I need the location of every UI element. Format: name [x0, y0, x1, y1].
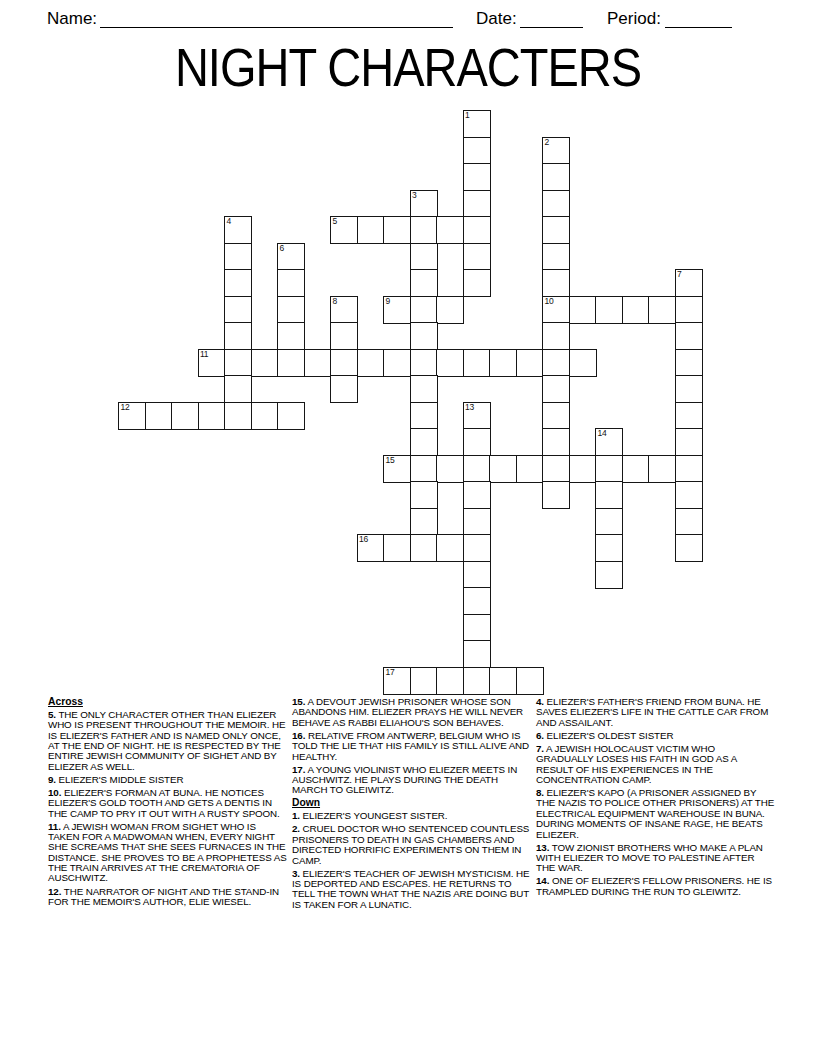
clue-number-label: 13. — [536, 842, 549, 853]
crossword-worksheet-page: Name: Date: Period: NIGHT CHARACTERS 123… — [0, 0, 816, 1056]
grid-cell-r7c18[interactable] — [595, 296, 623, 324]
grid-cell-r10c16[interactable] — [542, 375, 570, 403]
clue-text: TOW ZIONIST BROTHERS WHO MAKE A PLAN WIT… — [536, 842, 763, 874]
grid-cell-r11c0[interactable]: 12 — [118, 402, 146, 430]
grid-cell-r7c12[interactable] — [436, 296, 464, 324]
grid-cell-r9c21[interactable] — [675, 349, 703, 377]
clue-number-label: 8. — [536, 787, 544, 798]
grid-cell-r16c21[interactable] — [675, 534, 703, 562]
clue-down-4: 4. ELIEZER'S FATHER'S FRIEND FROM BUNA. … — [536, 697, 775, 728]
grid-cell-r4c11[interactable] — [410, 216, 438, 244]
clue-text: ELIEZER'S YOUNGEST SISTER. — [303, 810, 448, 821]
grid-cell-r13c19[interactable] — [622, 455, 650, 483]
grid-cell-r9c16[interactable] — [542, 349, 570, 377]
grid-cell-r17c18[interactable] — [595, 561, 623, 589]
grid-cell-r14c18[interactable] — [595, 481, 623, 509]
clue-across-17: 17. A YOUNG VIOLINIST WHO ELIEZER MEETS … — [292, 765, 531, 796]
clue-lists: Across 5. THE ONLY CHARACTER OTHER THAN … — [48, 697, 770, 913]
grid-cell-r15c13[interactable] — [463, 508, 491, 536]
grid-cell-r9c12[interactable] — [436, 349, 464, 377]
grid-cell-r4c13[interactable] — [463, 216, 491, 244]
grid-cell-r2c16[interactable] — [542, 163, 570, 191]
grid-cell-r9c7[interactable] — [304, 349, 332, 377]
grid-cell-r6c21[interactable]: 7 — [675, 269, 703, 297]
grid-cell-r6c13[interactable] — [463, 269, 491, 297]
grid-cell-r12c18[interactable]: 14 — [595, 428, 623, 456]
grid-cell-r9c14[interactable] — [489, 349, 517, 377]
clue-text: ELIEZER'S KAPO (A PRISONER ASSIGNED BY T… — [536, 787, 774, 839]
grid-cell-r11c3[interactable] — [198, 402, 226, 430]
grid-cell-r9c11[interactable] — [410, 349, 438, 377]
clue-down-13: 13. TOW ZIONIST BROTHERS WHO MAKE A PLAN… — [536, 843, 775, 874]
grid-cell-r16c11[interactable] — [410, 534, 438, 562]
clue-across-16: 16. RELATIVE FROM ANTWERP, BELGIUM WHO I… — [292, 731, 531, 762]
clue-number-label: 14. — [536, 875, 549, 886]
grid-cell-r11c11[interactable] — [410, 402, 438, 430]
grid-cell-r13c10[interactable]: 15 — [383, 455, 411, 483]
grid-cell-r7c21[interactable] — [675, 296, 703, 324]
grid-cell-r7c16[interactable]: 10 — [542, 296, 570, 324]
grid-cell-r5c6[interactable]: 6 — [277, 243, 305, 271]
grid-cell-r19c13[interactable] — [463, 614, 491, 642]
grid-cell-r4c8[interactable]: 5 — [330, 216, 358, 244]
clue-number: 8 — [333, 297, 337, 307]
grid-cell-r11c13[interactable]: 13 — [463, 402, 491, 430]
clue-down-6: 6. ELIEZER'S OLDEST SISTER — [536, 731, 775, 741]
clue-text: ELIEZER'S FORMAN AT BUNA. HE NOTICES ELI… — [48, 787, 280, 819]
grid-cell-r16c9[interactable]: 16 — [357, 534, 385, 562]
grid-cell-r13c14[interactable] — [489, 455, 517, 483]
grid-cell-r4c12[interactable] — [436, 216, 464, 244]
clue-number: 6 — [280, 244, 284, 254]
grid-cell-r12c11[interactable] — [410, 428, 438, 456]
grid-cell-r9c10[interactable] — [383, 349, 411, 377]
grid-cell-r6c11[interactable] — [410, 269, 438, 297]
clue-number: 11 — [200, 350, 208, 360]
down-header: Down — [292, 798, 531, 808]
grid-cell-r7c6[interactable] — [277, 296, 305, 324]
clue-number-label: 16. — [292, 730, 305, 741]
grid-cell-r20c13[interactable] — [463, 640, 491, 668]
clue-number-label: 11. — [48, 821, 61, 832]
clue-across-9: 9. ELIEZER'S MIDDLE SISTER — [48, 775, 287, 785]
clue-number: 1 — [465, 111, 469, 121]
grid-cell-r8c4[interactable] — [224, 322, 252, 350]
name-blank-line — [100, 11, 453, 28]
clue-number: 3 — [412, 191, 416, 201]
clue-number-label: 17. — [292, 764, 305, 775]
grid-cell-r9c13[interactable] — [463, 349, 491, 377]
clue-number: 9 — [386, 297, 390, 307]
clue-down-7: 7. A JEWISH HOLOCAUST VICTIM WHO GRADUAL… — [536, 744, 775, 785]
grid-cell-r13c11[interactable] — [410, 455, 438, 483]
grid-cell-r12c16[interactable] — [542, 428, 570, 456]
clue-across-11: 11. A JEWISH WOMAN FROM SIGHET WHO IS TA… — [48, 822, 287, 884]
grid-cell-r16c10[interactable] — [383, 534, 411, 562]
name-label: Name: — [47, 9, 97, 28]
grid-cell-r9c3[interactable]: 11 — [198, 349, 226, 377]
clue-column-3: 4. ELIEZER'S FATHER'S FRIEND FROM BUNA. … — [536, 697, 775, 913]
grid-cell-r9c9[interactable] — [357, 349, 385, 377]
grid-cell-r5c13[interactable] — [463, 243, 491, 271]
grid-cell-r9c15[interactable] — [516, 349, 544, 377]
grid-cell-r3c11[interactable]: 3 — [410, 190, 438, 218]
grid-cell-r5c16[interactable] — [542, 243, 570, 271]
crossword-grid: 1234567891011121314151617 — [118, 110, 704, 696]
grid-cell-r21c15[interactable] — [516, 667, 544, 695]
grid-cell-r14c16[interactable] — [542, 481, 570, 509]
grid-cell-r14c21[interactable] — [675, 481, 703, 509]
grid-cell-r8c6[interactable] — [277, 322, 305, 350]
clue-number: 15 — [386, 456, 395, 466]
grid-cell-r21c11[interactable] — [410, 667, 438, 695]
clue-number: 17 — [386, 668, 395, 678]
grid-cell-r21c14[interactable] — [489, 667, 517, 695]
clue-number-label: 5. — [48, 709, 56, 720]
clue-text: ELIEZER'S MIDDLE SISTER — [59, 774, 184, 785]
clue-number: 5 — [333, 217, 337, 227]
grid-cell-r14c13[interactable] — [463, 481, 491, 509]
grid-cell-r10c4[interactable] — [224, 375, 252, 403]
clue-number-label: 6. — [536, 730, 544, 741]
clue-across-12: 12. THE NARRATOR OF NIGHT AND THE STAND-… — [48, 887, 287, 908]
grid-cell-r7c20[interactable] — [648, 296, 676, 324]
across-header: Across — [48, 697, 287, 707]
clue-number-label: 9. — [48, 774, 56, 785]
clue-number-label: 7. — [536, 743, 544, 754]
grid-cell-r11c21[interactable] — [675, 402, 703, 430]
clue-number-label: 12. — [48, 886, 61, 897]
grid-cell-r8c16[interactable] — [542, 322, 570, 350]
grid-cell-r5c4[interactable] — [224, 243, 252, 271]
grid-cell-r9c4[interactable] — [224, 349, 252, 377]
grid-cell-r13c17[interactable] — [569, 455, 597, 483]
clue-down-8: 8. ELIEZER'S KAPO (A PRISONER ASSIGNED B… — [536, 788, 775, 840]
clue-across-5: 5. THE ONLY CHARACTER OTHER THAN ELIEZER… — [48, 710, 287, 772]
grid-cell-r8c21[interactable] — [675, 322, 703, 350]
grid-cell-r11c5[interactable] — [251, 402, 279, 430]
clue-text: CRUEL DOCTOR WHO SENTENCED COUNTLESS PRI… — [292, 823, 529, 865]
grid-cell-r7c19[interactable] — [622, 296, 650, 324]
date-label: Date: — [476, 9, 517, 28]
grid-cell-r18c13[interactable] — [463, 587, 491, 615]
grid-cell-r13c20[interactable] — [648, 455, 676, 483]
grid-cell-r5c11[interactable] — [410, 243, 438, 271]
clue-number: 2 — [545, 138, 549, 148]
clue-number: 13 — [465, 403, 474, 413]
grid-cell-r9c6[interactable] — [277, 349, 305, 377]
period-blank-line — [665, 11, 732, 28]
clue-column-1: Across 5. THE ONLY CHARACTER OTHER THAN … — [48, 697, 287, 913]
grid-cell-r9c17[interactable] — [569, 349, 597, 377]
clue-number-label: 15. — [292, 696, 305, 707]
clue-number: 4 — [227, 217, 231, 227]
grid-cell-r7c11[interactable] — [410, 296, 438, 324]
grid-cell-r7c4[interactable] — [224, 296, 252, 324]
page-title: NIGHT CHARACTERS — [0, 40, 816, 94]
grid-cell-r6c6[interactable] — [277, 269, 305, 297]
clue-number-label: 4. — [536, 696, 544, 707]
clue-down-1: 1. ELIEZER'S YOUNGEST SISTER. — [292, 811, 531, 821]
grid-cell-r7c8[interactable]: 8 — [330, 296, 358, 324]
clue-number: 16 — [359, 535, 368, 545]
grid-cell-r11c6[interactable] — [277, 402, 305, 430]
grid-cell-r1c16[interactable]: 2 — [542, 137, 570, 165]
grid-cell-r11c1[interactable] — [145, 402, 173, 430]
grid-cell-r13c15[interactable] — [516, 455, 544, 483]
grid-cell-r13c12[interactable] — [436, 455, 464, 483]
grid-cell-r9c8[interactable] — [330, 349, 358, 377]
grid-cell-r11c2[interactable] — [171, 402, 199, 430]
grid-cell-r10c21[interactable] — [675, 375, 703, 403]
grid-cell-r16c13[interactable] — [463, 534, 491, 562]
clue-number: 7 — [677, 270, 681, 280]
grid-cell-r8c8[interactable] — [330, 322, 358, 350]
grid-cell-r10c11[interactable] — [410, 375, 438, 403]
clue-text: THE NARRATOR OF NIGHT AND THE STAND-IN F… — [48, 886, 279, 907]
grid-cell-r15c21[interactable] — [675, 508, 703, 536]
clue-text: THE ONLY CHARACTER OTHER THAN ELIEZER WH… — [48, 709, 286, 772]
grid-cell-r8c11[interactable] — [410, 322, 438, 350]
period-label: Period: — [607, 9, 661, 28]
clue-text: A YOUNG VIOLINIST WHO ELIEZER MEETS IN A… — [292, 764, 517, 796]
grid-cell-r7c10[interactable]: 9 — [383, 296, 411, 324]
grid-cell-r4c10[interactable] — [383, 216, 411, 244]
date-blank-line — [520, 11, 583, 28]
grid-cell-r3c13[interactable] — [463, 190, 491, 218]
grid-cell-r16c18[interactable] — [595, 534, 623, 562]
grid-cell-r4c16[interactable] — [542, 216, 570, 244]
grid-cell-r15c11[interactable] — [410, 508, 438, 536]
grid-cell-r6c4[interactable] — [224, 269, 252, 297]
clue-number: 12 — [121, 403, 130, 413]
grid-cell-r2c13[interactable] — [463, 163, 491, 191]
clue-down-14: 14. ONE OF ELIEZER'S FELLOW PRISONERS. H… — [536, 876, 775, 897]
grid-cell-r9c5[interactable] — [251, 349, 279, 377]
grid-cell-r4c9[interactable] — [357, 216, 385, 244]
clue-number-label: 2. — [292, 823, 300, 834]
grid-cell-r13c18[interactable] — [595, 455, 623, 483]
clue-down-2: 2. CRUEL DOCTOR WHO SENTENCED COUNTLESS … — [292, 824, 531, 865]
grid-cell-r15c18[interactable] — [595, 508, 623, 536]
grid-cell-r21c12[interactable] — [436, 667, 464, 695]
grid-cell-r13c13[interactable] — [463, 455, 491, 483]
grid-cell-r16c12[interactable] — [436, 534, 464, 562]
clue-number-label: 3. — [292, 868, 300, 879]
grid-cell-r21c13[interactable] — [463, 667, 491, 695]
grid-cell-r11c16[interactable] — [542, 402, 570, 430]
clue-text: A DEVOUT JEWISH PRISONER WHOSE SON ABAND… — [292, 696, 523, 728]
clue-text: A JEWISH WOMAN FROM SIGHET WHO IS TAKEN … — [48, 821, 287, 884]
grid-cell-r6c16[interactable] — [542, 269, 570, 297]
clue-column-2: 15. A DEVOUT JEWISH PRISONER WHOSE SON A… — [292, 697, 531, 913]
clue-text: ELIEZER'S FATHER'S FRIEND FROM BUNA. HE … — [536, 696, 768, 728]
grid-cell-r1c13[interactable] — [463, 137, 491, 165]
clue-number: 14 — [598, 429, 607, 439]
clue-number-label: 1. — [292, 810, 300, 821]
grid-cell-r12c13[interactable] — [463, 428, 491, 456]
clue-number: 10 — [545, 297, 554, 307]
clue-text: ELIEZER'S OLDEST SISTER — [547, 730, 674, 741]
grid-cell-r7c17[interactable] — [569, 296, 597, 324]
clue-across-10: 10. ELIEZER'S FORMAN AT BUNA. HE NOTICES… — [48, 788, 287, 819]
clue-across-15: 15. A DEVOUT JEWISH PRISONER WHOSE SON A… — [292, 697, 531, 728]
clue-down-3: 3. ELIEZER'S TEACHER OF JEWISH MYSTICISM… — [292, 869, 531, 910]
grid-cell-r17c13[interactable] — [463, 561, 491, 589]
grid-cell-r0c13[interactable]: 1 — [463, 110, 491, 138]
clue-number-label: 10. — [48, 787, 61, 798]
grid-cell-r3c16[interactable] — [542, 190, 570, 218]
grid-cell-r4c4[interactable]: 4 — [224, 216, 252, 244]
clue-text: RELATIVE FROM ANTWERP, BELGIUM WHO IS TO… — [292, 730, 529, 762]
grid-cell-r14c11[interactable] — [410, 481, 438, 509]
grid-cell-r21c10[interactable]: 17 — [383, 667, 411, 695]
grid-cell-r13c16[interactable] — [542, 455, 570, 483]
clue-text: A JEWISH HOLOCAUST VICTIM WHO GRADUALLY … — [536, 743, 737, 785]
grid-cell-r12c21[interactable] — [675, 428, 703, 456]
clue-text: ELIEZER'S TEACHER OF JEWISH MYSTICISM. H… — [292, 868, 529, 910]
grid-cell-r11c4[interactable] — [224, 402, 252, 430]
grid-cell-r10c8[interactable] — [330, 375, 358, 403]
grid-cell-r13c21[interactable] — [675, 455, 703, 483]
clue-text: ONE OF ELIEZER'S FELLOW PRISONERS. HE IS… — [536, 875, 772, 896]
